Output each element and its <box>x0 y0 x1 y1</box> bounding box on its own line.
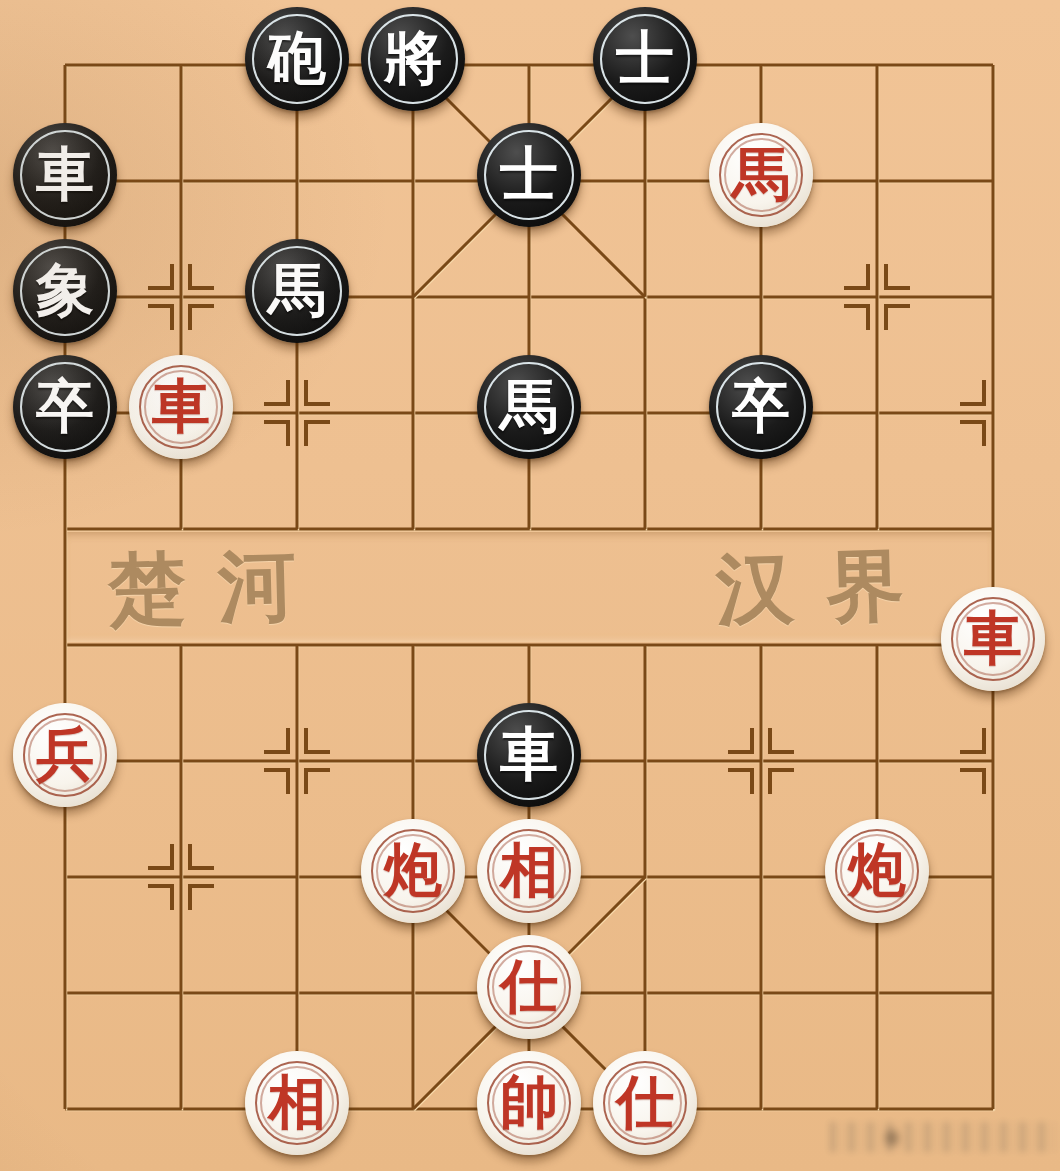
pieces-layer: 砲將士車士馬象馬卒車馬卒車兵車炮相炮仕相帥仕 <box>0 0 1060 1171</box>
piece-glyph: 馬 <box>500 378 558 436</box>
piece-glyph: 將 <box>384 30 442 88</box>
piece-red-advisor[interactable]: 仕 <box>477 935 581 1039</box>
piece-glyph: 馬 <box>732 146 790 204</box>
piece-black-general[interactable]: 將 <box>361 7 465 111</box>
piece-glyph: 車 <box>36 146 94 204</box>
piece-red-elephant[interactable]: 相 <box>245 1051 349 1155</box>
piece-glyph: 仕 <box>500 958 558 1016</box>
piece-glyph: 卒 <box>36 378 94 436</box>
piece-black-cannon[interactable]: 砲 <box>245 7 349 111</box>
piece-red-chariot[interactable]: 車 <box>941 587 1045 691</box>
piece-glyph: 相 <box>268 1074 326 1132</box>
piece-glyph: 卒 <box>732 378 790 436</box>
piece-red-cannon[interactable]: 炮 <box>825 819 929 923</box>
piece-red-chariot[interactable]: 車 <box>129 355 233 459</box>
piece-glyph: 相 <box>500 842 558 900</box>
piece-black-advisor[interactable]: 士 <box>477 123 581 227</box>
piece-glyph: 象 <box>36 262 94 320</box>
piece-black-soldier[interactable]: 卒 <box>709 355 813 459</box>
piece-glyph: 炮 <box>848 842 906 900</box>
piece-glyph: 兵 <box>36 726 94 784</box>
piece-glyph: 馬 <box>268 262 326 320</box>
piece-black-elephant[interactable]: 象 <box>13 239 117 343</box>
piece-glyph: 砲 <box>268 30 326 88</box>
xiangqi-board[interactable]: 楚河 汉界 砲將士車士馬象馬卒車馬卒車兵車炮相炮仕相帥仕 <box>0 0 1060 1171</box>
piece-glyph: 車 <box>500 726 558 784</box>
piece-glyph: 帥 <box>500 1074 558 1132</box>
piece-black-chariot[interactable]: 車 <box>477 703 581 807</box>
piece-glyph: 士 <box>616 30 674 88</box>
piece-red-cannon[interactable]: 炮 <box>361 819 465 923</box>
piece-black-chariot[interactable]: 車 <box>13 123 117 227</box>
piece-black-soldier[interactable]: 卒 <box>13 355 117 459</box>
piece-glyph: 車 <box>964 610 1022 668</box>
piece-glyph: 車 <box>152 378 210 436</box>
piece-black-horse[interactable]: 馬 <box>477 355 581 459</box>
piece-glyph: 仕 <box>616 1074 674 1132</box>
watermark-smudge <box>830 1122 1058 1152</box>
piece-red-soldier[interactable]: 兵 <box>13 703 117 807</box>
piece-glyph: 炮 <box>384 842 442 900</box>
piece-black-advisor[interactable]: 士 <box>593 7 697 111</box>
piece-red-general[interactable]: 帥 <box>477 1051 581 1155</box>
piece-red-horse[interactable]: 馬 <box>709 123 813 227</box>
piece-red-elephant[interactable]: 相 <box>477 819 581 923</box>
piece-red-advisor[interactable]: 仕 <box>593 1051 697 1155</box>
piece-glyph: 士 <box>500 146 558 204</box>
piece-black-horse[interactable]: 馬 <box>245 239 349 343</box>
